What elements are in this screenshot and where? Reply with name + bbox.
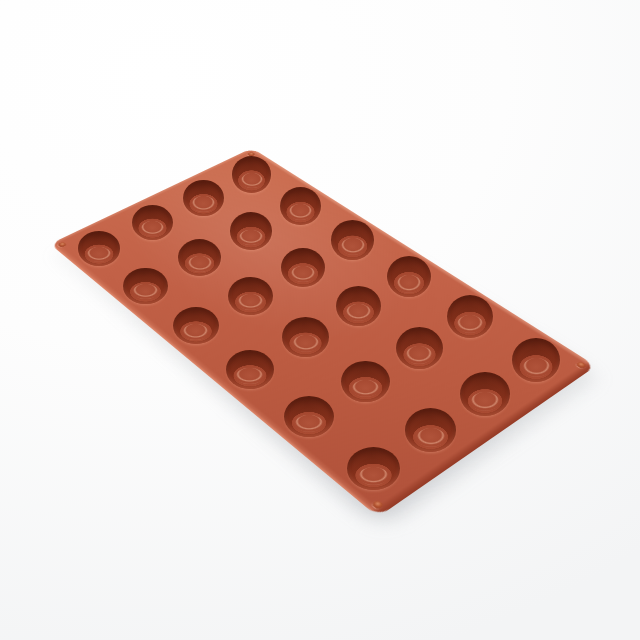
corner-hole-right xyxy=(575,361,587,369)
product-photo-scene xyxy=(0,0,640,640)
silicone-mold-plate xyxy=(50,148,596,517)
corner-hole-bottom xyxy=(371,500,384,510)
corner-hole-left xyxy=(57,242,67,248)
corner-hole-top xyxy=(247,152,256,157)
